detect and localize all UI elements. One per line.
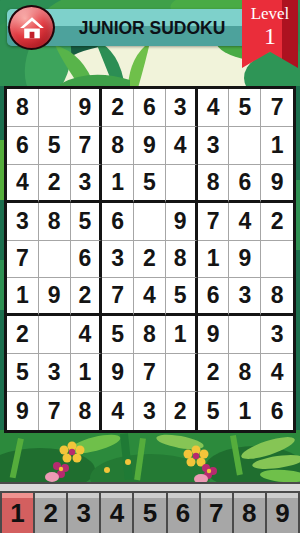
number-pad-strip <box>0 484 300 491</box>
sudoku-cell-r9c9[interactable]: 6 <box>261 392 293 430</box>
sudoku-cell-r9c7[interactable]: 5 <box>198 392 230 430</box>
numpad-button-8[interactable]: 8 <box>234 493 265 533</box>
sudoku-cell-r6c3[interactable]: 2 <box>71 278 103 316</box>
numpad-button-3[interactable]: 3 <box>68 493 99 533</box>
sudoku-cell-r1c5[interactable]: 6 <box>134 89 166 127</box>
sudoku-cell-r8c8[interactable]: 8 <box>229 354 261 392</box>
sudoku-cell-r2c3[interactable]: 7 <box>71 127 103 165</box>
sudoku-cell-r7c4[interactable]: 5 <box>102 316 134 354</box>
sudoku-cell-r3c4[interactable]: 1 <box>102 165 134 203</box>
level-value: 1 <box>242 24 298 49</box>
sudoku-cell-r1c3[interactable]: 9 <box>71 89 103 127</box>
sudoku-cell-r5c1[interactable]: 7 <box>7 241 39 279</box>
sudoku-cell-r7c9[interactable]: 3 <box>261 316 293 354</box>
sudoku-cell-r4c4[interactable]: 6 <box>102 203 134 241</box>
sudoku-cell-r5c4[interactable]: 3 <box>102 241 134 279</box>
sudoku-cell-r9c8[interactable]: 1 <box>229 392 261 430</box>
home-icon <box>19 16 45 40</box>
sudoku-cell-r8c9[interactable]: 4 <box>261 354 293 392</box>
sudoku-cell-r7c3[interactable]: 4 <box>71 316 103 354</box>
sudoku-cell-r1c6[interactable]: 3 <box>166 89 198 127</box>
sudoku-cell-r8c2[interactable]: 3 <box>39 354 71 392</box>
sudoku-cell-r7c5[interactable]: 8 <box>134 316 166 354</box>
sudoku-cell-r5c3[interactable]: 6 <box>71 241 103 279</box>
sudoku-cell-r6c9[interactable]: 8 <box>261 278 293 316</box>
app-window: JUNIOR SUDOKU Level 1 892634576578943142… <box>0 0 300 533</box>
sudoku-cell-r8c3[interactable]: 1 <box>71 354 103 392</box>
sudoku-cell-r4c9[interactable]: 2 <box>261 203 293 241</box>
sudoku-cell-r4c1[interactable]: 3 <box>7 203 39 241</box>
sudoku-cell-r7c8[interactable] <box>229 316 261 354</box>
sudoku-cell-r8c1[interactable]: 5 <box>7 354 39 392</box>
sudoku-cell-r7c2[interactable] <box>39 316 71 354</box>
sudoku-cell-r6c6[interactable]: 5 <box>166 278 198 316</box>
sudoku-cell-r6c2[interactable]: 9 <box>39 278 71 316</box>
sudoku-cell-r3c1[interactable]: 4 <box>7 165 39 203</box>
sudoku-cell-r6c5[interactable]: 4 <box>134 278 166 316</box>
sudoku-cell-r3c6[interactable] <box>166 165 198 203</box>
numpad-button-2[interactable]: 2 <box>35 493 66 533</box>
sudoku-cell-r9c4[interactable]: 4 <box>102 392 134 430</box>
sudoku-cell-r5c5[interactable]: 2 <box>134 241 166 279</box>
sudoku-cell-r5c8[interactable]: 9 <box>229 241 261 279</box>
sudoku-cell-r2c8[interactable] <box>229 127 261 165</box>
sudoku-cell-r9c2[interactable]: 7 <box>39 392 71 430</box>
sudoku-cell-r8c5[interactable]: 7 <box>134 354 166 392</box>
sudoku-cell-r9c6[interactable]: 2 <box>166 392 198 430</box>
numpad-button-9[interactable]: 9 <box>267 493 298 533</box>
numpad-button-4[interactable]: 4 <box>101 493 132 533</box>
sudoku-cell-r4c6[interactable]: 9 <box>166 203 198 241</box>
sudoku-cell-r1c1[interactable]: 8 <box>7 89 39 127</box>
sudoku-cell-r3c2[interactable]: 2 <box>39 165 71 203</box>
sudoku-cell-r5c7[interactable]: 1 <box>198 241 230 279</box>
sudoku-cell-r4c7[interactable]: 7 <box>198 203 230 241</box>
sudoku-cell-r2c6[interactable]: 4 <box>166 127 198 165</box>
home-button[interactable] <box>8 5 55 50</box>
sudoku-board: 8926345765789431423158693856974276328191… <box>4 86 296 433</box>
sudoku-cell-r4c8[interactable]: 4 <box>229 203 261 241</box>
sudoku-cell-r2c7[interactable]: 3 <box>198 127 230 165</box>
sudoku-cell-r6c4[interactable]: 7 <box>102 278 134 316</box>
sudoku-cell-r3c3[interactable]: 3 <box>71 165 103 203</box>
sudoku-cell-r5c6[interactable]: 8 <box>166 241 198 279</box>
sudoku-cell-r2c5[interactable]: 9 <box>134 127 166 165</box>
sudoku-cell-r2c2[interactable]: 5 <box>39 127 71 165</box>
sudoku-cell-r2c9[interactable]: 1 <box>261 127 293 165</box>
sudoku-cell-r2c4[interactable]: 8 <box>102 127 134 165</box>
sudoku-cell-r7c6[interactable]: 1 <box>166 316 198 354</box>
sudoku-cell-r5c9[interactable] <box>261 241 293 279</box>
level-label: Level <box>242 4 298 24</box>
number-pad-row: 123456789 <box>0 491 300 533</box>
numpad-button-7[interactable]: 7 <box>201 493 232 533</box>
sudoku-cell-r1c8[interactable]: 5 <box>229 89 261 127</box>
page-title: JUNIOR SUDOKU <box>65 9 240 46</box>
sudoku-cell-r6c8[interactable]: 3 <box>229 278 261 316</box>
sudoku-cell-r1c4[interactable]: 2 <box>102 89 134 127</box>
sudoku-cell-r8c6[interactable] <box>166 354 198 392</box>
numpad-button-1[interactable]: 1 <box>2 493 33 533</box>
sudoku-cell-r3c9[interactable]: 9 <box>261 165 293 203</box>
sudoku-cell-r1c2[interactable] <box>39 89 71 127</box>
sudoku-cell-r7c1[interactable]: 2 <box>7 316 39 354</box>
sudoku-cell-r6c1[interactable]: 1 <box>7 278 39 316</box>
sudoku-cell-r8c7[interactable]: 2 <box>198 354 230 392</box>
sudoku-cell-r3c7[interactable]: 8 <box>198 165 230 203</box>
sudoku-cell-r4c5[interactable] <box>134 203 166 241</box>
numpad-button-5[interactable]: 5 <box>134 493 165 533</box>
sudoku-cell-r2c1[interactable]: 6 <box>7 127 39 165</box>
sudoku-cell-r5c2[interactable] <box>39 241 71 279</box>
sudoku-cell-r1c7[interactable]: 4 <box>198 89 230 127</box>
sudoku-cell-r3c5[interactable]: 5 <box>134 165 166 203</box>
sudoku-cell-r4c3[interactable]: 5 <box>71 203 103 241</box>
sudoku-cell-r3c8[interactable]: 6 <box>229 165 261 203</box>
sudoku-cell-r4c2[interactable]: 8 <box>39 203 71 241</box>
sudoku-cell-r1c9[interactable]: 7 <box>261 89 293 127</box>
sudoku-cell-r9c1[interactable]: 9 <box>7 392 39 430</box>
numpad-button-6[interactable]: 6 <box>168 493 199 533</box>
sudoku-cell-r7c7[interactable]: 9 <box>198 316 230 354</box>
sudoku-cell-r6c7[interactable]: 6 <box>198 278 230 316</box>
sudoku-cell-r8c4[interactable]: 9 <box>102 354 134 392</box>
number-pad: 123456789 <box>0 482 300 533</box>
sudoku-cell-r9c5[interactable]: 3 <box>134 392 166 430</box>
sudoku-cell-r9c3[interactable]: 8 <box>71 392 103 430</box>
